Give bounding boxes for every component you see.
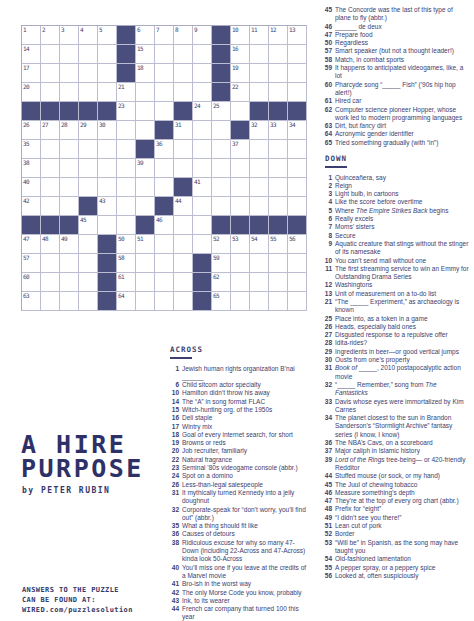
- clue: 19Browns or reds: [166, 439, 307, 447]
- black-cell: [193, 292, 212, 311]
- grid-cell[interactable]: [174, 83, 193, 102]
- grid-cell[interactable]: 6: [136, 26, 155, 45]
- grid-cell[interactable]: 31: [174, 121, 193, 140]
- grid-cell[interactable]: [155, 159, 174, 178]
- grid-cell[interactable]: [155, 273, 174, 292]
- grid-cell[interactable]: 26: [22, 121, 41, 140]
- grid-cell[interactable]: [60, 197, 79, 216]
- grid-cell[interactable]: [136, 178, 155, 197]
- grid-cell[interactable]: 59: [212, 254, 231, 273]
- grid-cell[interactable]: [60, 45, 79, 64]
- grid-cell[interactable]: 40: [22, 178, 41, 197]
- cell-number: 24: [194, 102, 200, 109]
- cell-number: 13: [289, 26, 295, 33]
- grid-cell[interactable]: 19: [231, 64, 250, 83]
- grid-cell[interactable]: [60, 254, 79, 273]
- grid-cell[interactable]: [288, 45, 307, 64]
- grid-cell[interactable]: [79, 45, 98, 64]
- grid-cell[interactable]: 56: [288, 235, 307, 254]
- grid-cell[interactable]: [98, 140, 117, 159]
- grid-cell[interactable]: 49: [60, 235, 79, 254]
- clue-text: Really excels: [335, 215, 373, 223]
- grid-cell[interactable]: [269, 254, 288, 273]
- grid-cell[interactable]: [60, 83, 79, 102]
- grid-cell[interactable]: [174, 254, 193, 273]
- grid-cell[interactable]: [288, 140, 307, 159]
- grid-cell[interactable]: [98, 83, 117, 102]
- grid-cell[interactable]: [193, 216, 212, 235]
- grid-cell[interactable]: [212, 178, 231, 197]
- grid-cell[interactable]: [117, 216, 136, 235]
- clue: 51Lean cut of pork: [321, 522, 469, 530]
- grid-cell[interactable]: 16: [231, 45, 250, 64]
- grid-cell[interactable]: [60, 140, 79, 159]
- clue: 49“I didn’t see you there!”: [321, 514, 469, 522]
- grid-cell[interactable]: [231, 102, 250, 121]
- grid-cell[interactable]: [41, 45, 60, 64]
- grid-cell[interactable]: [269, 273, 288, 292]
- grid-cell[interactable]: [193, 197, 212, 216]
- clue-number: 38: [166, 539, 179, 564]
- grid-cell[interactable]: [269, 197, 288, 216]
- grid-cell[interactable]: [98, 216, 117, 235]
- black-cell: [288, 102, 307, 121]
- grid-cell[interactable]: [212, 159, 231, 178]
- grid-cell[interactable]: 11: [250, 26, 269, 45]
- grid-cell[interactable]: 41: [193, 178, 212, 197]
- grid-cell[interactable]: 37: [231, 140, 250, 159]
- grid-cell[interactable]: 4: [79, 26, 98, 45]
- grid-cell[interactable]: [98, 159, 117, 178]
- grid-cell[interactable]: 36: [155, 140, 174, 159]
- grid-cell[interactable]: [250, 83, 269, 102]
- grid-cell[interactable]: [41, 273, 60, 292]
- clue-text: Deli staple: [182, 414, 212, 422]
- grid-cell[interactable]: [136, 197, 155, 216]
- grid-cell[interactable]: 23: [117, 102, 136, 121]
- answers-note-line-1: ANSWERS TO THE PUZZLE: [22, 585, 133, 595]
- clue: 58Match, in combat sports: [321, 56, 469, 64]
- clue-number: 51: [321, 522, 332, 530]
- clue-number: 10: [321, 257, 332, 265]
- grid-cell[interactable]: 28: [60, 121, 79, 140]
- grid-cell[interactable]: [212, 121, 231, 140]
- grid-cell[interactable]: 30: [98, 121, 117, 140]
- grid-cell[interactable]: 63: [22, 292, 41, 311]
- grid-cell[interactable]: 34: [288, 121, 307, 140]
- cell-number: 9: [194, 26, 197, 33]
- grid-cell[interactable]: [136, 292, 155, 311]
- grid-cell[interactable]: 20: [22, 83, 41, 102]
- clue: 64Acronymic gender identifier: [321, 130, 469, 138]
- black-cell: [212, 64, 231, 83]
- grid-cell[interactable]: [193, 45, 212, 64]
- clue-number: 21: [321, 298, 332, 315]
- grid-cell[interactable]: 51: [136, 235, 155, 254]
- grid-cell[interactable]: [155, 292, 174, 311]
- clue-number: 17: [166, 423, 179, 431]
- grid-cell[interactable]: [231, 159, 250, 178]
- grid-cell[interactable]: [250, 254, 269, 273]
- grid-cell[interactable]: [269, 178, 288, 197]
- grid-cell[interactable]: [60, 292, 79, 311]
- grid-cell[interactable]: [250, 64, 269, 83]
- clue-text: Goal of every internet search, for short: [182, 431, 293, 439]
- cell-number: 18: [137, 64, 143, 71]
- grid-cell[interactable]: [136, 102, 155, 121]
- clue-text: Aquatic creature that stings without the…: [335, 240, 469, 257]
- crossword-grid: 1234567891011121314151617181920212223242…: [21, 25, 307, 311]
- black-cell: [98, 235, 117, 254]
- black-cell: [269, 102, 288, 121]
- grid-cell[interactable]: [288, 64, 307, 83]
- cell-number: 32: [251, 121, 257, 128]
- grid-cell[interactable]: 25: [212, 102, 231, 121]
- cell-number: 5: [99, 26, 102, 33]
- clue-text: Hamilton didn’t throw his away: [182, 389, 270, 397]
- grid-cell[interactable]: [155, 254, 174, 273]
- clue-number: 1: [166, 365, 179, 382]
- grid-cell[interactable]: 12: [269, 26, 288, 45]
- clue: 5Where The Empire Strikes Back begins: [321, 207, 469, 215]
- grid-cell[interactable]: [79, 83, 98, 102]
- clue-text: “Will be” in Spanish, as the song may ha…: [335, 539, 469, 556]
- clue: 22Natural fragrance: [166, 456, 307, 464]
- grid-cell[interactable]: 39: [136, 159, 155, 178]
- grid-cell[interactable]: [155, 83, 174, 102]
- answers-note: ANSWERS TO THE PUZZLE CAN BE FOUND AT: W…: [22, 585, 133, 615]
- clue-number: 31: [166, 489, 179, 506]
- grid-cell[interactable]: [288, 254, 307, 273]
- grid-cell[interactable]: [79, 140, 98, 159]
- clue-number: 11: [321, 265, 332, 282]
- byline: by PETER RUBIN: [22, 486, 110, 495]
- grid-cell[interactable]: [193, 159, 212, 178]
- grid-cell[interactable]: [231, 254, 250, 273]
- grid-cell[interactable]: [250, 197, 269, 216]
- clue-number: 8: [321, 232, 332, 240]
- grid-cell[interactable]: [41, 178, 60, 197]
- grid-cell[interactable]: [193, 83, 212, 102]
- grid-cell[interactable]: [79, 254, 98, 273]
- grid-cell[interactable]: [269, 45, 288, 64]
- clue-text: Major caliph in Islamic history: [335, 447, 420, 455]
- grid-cell[interactable]: [79, 178, 98, 197]
- clue: 54Old-fashioned lamentation: [321, 555, 469, 563]
- grid-cell[interactable]: [117, 140, 136, 159]
- grid-cell[interactable]: 38: [22, 159, 41, 178]
- grid-cell[interactable]: 18: [136, 64, 155, 83]
- grid-cell[interactable]: [174, 273, 193, 292]
- grid-cell[interactable]: [174, 64, 193, 83]
- grid-cell[interactable]: [60, 159, 79, 178]
- grid-cell[interactable]: [269, 140, 288, 159]
- clue-text: The “A” in song format FLAC: [182, 398, 265, 406]
- clue: 44French car company that turned 100 thi…: [166, 605, 307, 621]
- clue-number: 22: [166, 456, 179, 464]
- grid-cell[interactable]: [79, 273, 98, 292]
- grid-cell[interactable]: [288, 83, 307, 102]
- grid-cell[interactable]: [41, 64, 60, 83]
- grid-cell[interactable]: 17: [22, 64, 41, 83]
- cell-number: 6: [137, 26, 140, 33]
- cell-number: 25: [213, 102, 219, 109]
- clue-text: It mythically turned Kennedy into a jell…: [182, 489, 307, 506]
- grid-cell[interactable]: 29: [79, 121, 98, 140]
- grid-cell[interactable]: 42: [22, 197, 41, 216]
- grid-cell[interactable]: 44: [174, 197, 193, 216]
- clue-text: Where The Empire Strikes Back begins: [335, 207, 448, 215]
- clue-number: 58: [321, 56, 332, 64]
- grid-cell[interactable]: [288, 273, 307, 292]
- grid-cell[interactable]: [231, 273, 250, 292]
- grid-cell[interactable]: [155, 64, 174, 83]
- grid-cell[interactable]: [250, 159, 269, 178]
- grid-cell[interactable]: [193, 235, 212, 254]
- clue: 48Prefix for “eight”: [321, 505, 469, 513]
- grid-cell[interactable]: [79, 292, 98, 311]
- cell-number: 62: [213, 273, 219, 280]
- clue-number: 19: [166, 439, 179, 447]
- clue-text: Less-than-legal salespeople: [182, 481, 263, 489]
- grid-cell[interactable]: [60, 64, 79, 83]
- grid-cell[interactable]: 47: [22, 235, 41, 254]
- grid-cell[interactable]: 50: [117, 235, 136, 254]
- grid-cell[interactable]: 8: [174, 26, 193, 45]
- grid-cell[interactable]: [136, 83, 155, 102]
- grid-cell[interactable]: 57: [22, 254, 41, 273]
- grid-cell[interactable]: 1: [22, 26, 41, 45]
- cell-number: 11: [251, 26, 257, 33]
- cell-number: 26: [23, 121, 29, 128]
- cell-number: 56: [289, 235, 295, 242]
- grid-cell[interactable]: 43: [98, 197, 117, 216]
- grid-cell[interactable]: 3: [60, 26, 79, 45]
- clue-number: 18: [166, 431, 179, 439]
- clue-number: 1: [321, 174, 332, 182]
- grid-cell[interactable]: [117, 178, 136, 197]
- clue-number: 49: [321, 514, 332, 522]
- clue-text: Hired car: [335, 97, 361, 105]
- grid-cell[interactable]: 60: [22, 273, 41, 292]
- black-cell: [60, 216, 79, 235]
- black-cell: [212, 45, 231, 64]
- grid-cell[interactable]: 7: [155, 26, 174, 45]
- cell-number: 35: [23, 140, 29, 147]
- grid-cell[interactable]: 9: [193, 26, 212, 45]
- cell-number: 55: [270, 235, 276, 242]
- grid-cell[interactable]: 65: [212, 292, 231, 311]
- grid-cell[interactable]: 58: [117, 254, 136, 273]
- grid-cell[interactable]: 53: [231, 235, 250, 254]
- grid-cell[interactable]: 61: [117, 273, 136, 292]
- grid-cell[interactable]: 24: [193, 102, 212, 121]
- clue-text: Seminal ’80s videogame console (abbr.): [182, 464, 298, 472]
- grid-cell[interactable]: 27: [41, 121, 60, 140]
- grid-cell[interactable]: 64: [117, 292, 136, 311]
- clue-number: 31: [321, 364, 332, 381]
- grid-cell[interactable]: [212, 197, 231, 216]
- grid-cell[interactable]: [117, 197, 136, 216]
- grid-cell[interactable]: [174, 45, 193, 64]
- clue-text: Match, in combat sports: [335, 56, 404, 64]
- grid-cell[interactable]: 15: [136, 45, 155, 64]
- grid-cell[interactable]: [231, 197, 250, 216]
- clue: 40You’ll miss one if you leave at the cr…: [166, 564, 307, 581]
- grid-cell[interactable]: [212, 140, 231, 159]
- grid-cell[interactable]: [79, 159, 98, 178]
- clue: 17Wintry mix: [166, 423, 307, 431]
- grid-cell[interactable]: [98, 178, 117, 197]
- grid-cell[interactable]: [193, 121, 212, 140]
- clue-text: Measure something’s depth: [335, 489, 415, 497]
- clue-text: Regardless: [335, 39, 368, 47]
- grid-cell[interactable]: [250, 140, 269, 159]
- cell-number: 51: [137, 235, 143, 242]
- grid-cell[interactable]: [136, 254, 155, 273]
- grid-cell[interactable]: 52: [212, 235, 231, 254]
- grid-cell[interactable]: 5: [98, 26, 117, 45]
- clue-text: Book of _____, 2010 postapocalyptic acti…: [335, 364, 469, 381]
- grid-cell[interactable]: [60, 178, 79, 197]
- grid-cell[interactable]: [288, 178, 307, 197]
- grid-cell[interactable]: [250, 292, 269, 311]
- clue-number: 5: [321, 207, 332, 215]
- cell-number: 47: [23, 235, 29, 242]
- clue-number: 32: [321, 381, 332, 398]
- clue-number: 56: [321, 572, 332, 580]
- grid-cell[interactable]: 21: [117, 83, 136, 102]
- grid-cell[interactable]: [117, 121, 136, 140]
- grid-cell[interactable]: [193, 64, 212, 83]
- grid-cell[interactable]: [41, 254, 60, 273]
- clue-number: 26: [321, 323, 332, 331]
- clue: 57Smart speaker (but not a thought leade…: [321, 47, 469, 55]
- clue: 18Goal of every internet search, for sho…: [166, 431, 307, 439]
- clue-number: 16: [166, 414, 179, 422]
- grid-cell[interactable]: 2: [41, 26, 60, 45]
- grid-cell[interactable]: 46: [155, 216, 174, 235]
- clue-text: You can’t send mail without one: [335, 257, 426, 265]
- grid-cell[interactable]: [41, 292, 60, 311]
- grid-cell[interactable]: [269, 159, 288, 178]
- clue-text: Prefix for “eight”: [335, 505, 381, 513]
- cell-number: 52: [213, 235, 219, 242]
- cell-number: 3: [61, 26, 64, 33]
- clue-number: 53: [321, 539, 332, 556]
- black-cell: [60, 102, 79, 121]
- grid-cell[interactable]: [231, 292, 250, 311]
- grid-cell[interactable]: [250, 273, 269, 292]
- grid-cell[interactable]: [231, 178, 250, 197]
- grid-cell[interactable]: 14: [22, 45, 41, 64]
- grid-cell[interactable]: [136, 121, 155, 140]
- grid-cell[interactable]: [79, 235, 98, 254]
- clue-number: 39: [321, 456, 332, 473]
- clue-text: You’ll miss one if you leave at the cred…: [182, 564, 307, 581]
- grid-cell[interactable]: 13: [288, 26, 307, 45]
- grid-cell[interactable]: [174, 292, 193, 311]
- grid-cell[interactable]: 35: [22, 140, 41, 159]
- grid-cell[interactable]: [41, 140, 60, 159]
- grid-cell[interactable]: [269, 292, 288, 311]
- grid-cell[interactable]: 10: [231, 26, 250, 45]
- grid-cell[interactable]: [174, 216, 193, 235]
- grid-cell[interactable]: [155, 102, 174, 121]
- black-cell: [288, 216, 307, 235]
- grid-cell[interactable]: [174, 235, 193, 254]
- grid-cell[interactable]: 55: [269, 235, 288, 254]
- clue-text: Idita-rides?: [335, 339, 367, 347]
- clue-number: 28: [321, 339, 332, 347]
- black-cell: [117, 26, 136, 45]
- grid-cell[interactable]: [288, 159, 307, 178]
- black-cell: [98, 273, 117, 292]
- clue-text: Stuffed mouse (or sock, or my hand): [335, 472, 440, 480]
- grid-cell[interactable]: [41, 197, 60, 216]
- grid-cell[interactable]: 45: [79, 216, 98, 235]
- cell-number: 60: [23, 273, 29, 280]
- clue: 2Reign: [321, 182, 469, 190]
- grid-cell[interactable]: 62: [212, 273, 231, 292]
- grid-cell[interactable]: [288, 292, 307, 311]
- cell-number: 59: [213, 254, 219, 261]
- grid-cell[interactable]: [269, 64, 288, 83]
- grid-cell[interactable]: [79, 64, 98, 83]
- grid-cell[interactable]: [60, 273, 79, 292]
- grid-cell[interactable]: [98, 45, 117, 64]
- clue: 37Major caliph in Islamic history: [321, 447, 469, 455]
- cell-number: 39: [137, 159, 143, 166]
- grid-cell[interactable]: [117, 159, 136, 178]
- grid-cell[interactable]: [98, 64, 117, 83]
- grid-cell[interactable]: [41, 159, 60, 178]
- clue: 26Less-than-legal salespeople: [166, 481, 307, 489]
- grid-cell[interactable]: [250, 45, 269, 64]
- cell-number: 27: [42, 121, 48, 128]
- cell-number: 29: [80, 121, 86, 128]
- grid-cell[interactable]: 32: [250, 121, 269, 140]
- grid-cell[interactable]: [174, 140, 193, 159]
- grid-cell[interactable]: [250, 178, 269, 197]
- grid-cell[interactable]: [136, 273, 155, 292]
- across-header-rule: [170, 357, 192, 359]
- grid-cell[interactable]: [288, 197, 307, 216]
- grid-cell[interactable]: [155, 45, 174, 64]
- clue: 4Like the score before overtime: [321, 198, 469, 206]
- clue: 14The “A” in song format FLAC: [166, 398, 307, 406]
- cell-number: 16: [232, 45, 238, 52]
- grid-cell[interactable]: 48: [41, 235, 60, 254]
- clue-number: 47: [321, 497, 332, 505]
- grid-cell[interactable]: [155, 235, 174, 254]
- cell-number: 45: [80, 216, 86, 223]
- grid-cell[interactable]: [269, 83, 288, 102]
- clue-number: 41: [166, 580, 179, 588]
- grid-cell[interactable]: [41, 83, 60, 102]
- clue-text: The Concorde was the last of this type o…: [335, 6, 469, 23]
- clue: 9Aquatic creature that stings without th…: [321, 240, 469, 257]
- grid-cell[interactable]: [193, 140, 212, 159]
- grid-cell[interactable]: [155, 178, 174, 197]
- grid-cell[interactable]: [174, 159, 193, 178]
- clue-number: 60: [321, 81, 332, 98]
- grid-cell[interactable]: 22: [231, 83, 250, 102]
- puzzle-title: A HIRE PURPOSE: [21, 433, 144, 481]
- grid-cell[interactable]: 54: [250, 235, 269, 254]
- clue-text: A pepper spray, or a peppery spice: [335, 564, 435, 572]
- grid-cell[interactable]: 33: [269, 121, 288, 140]
